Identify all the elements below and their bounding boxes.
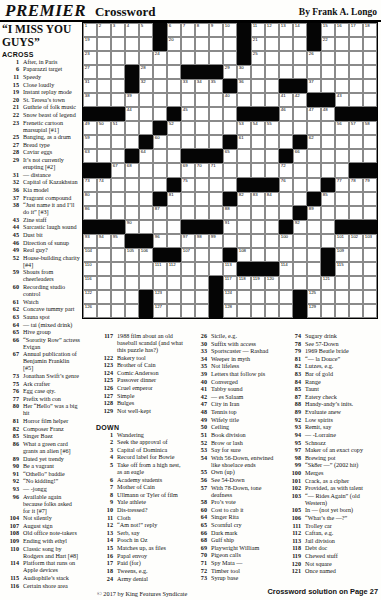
- grid-cell-r11c8[interactable]: 69: [181, 163, 195, 177]
- grid-cell-r16c20[interactable]: 102: [349, 234, 363, 248]
- grid-cell-r6c10[interactable]: [209, 93, 223, 107]
- grid-cell-r5c13[interactable]: [251, 79, 265, 93]
- grid-cell-r18c17[interactable]: [307, 262, 321, 276]
- grid-cell-r5c3[interactable]: [111, 79, 125, 93]
- grid-cell-r18c16[interactable]: [293, 262, 307, 276]
- grid-cell-r18c15[interactable]: 114: [279, 262, 293, 276]
- grid-cell-r3c21[interactable]: [363, 51, 377, 65]
- grid-cell-r1c4[interactable]: 4: [125, 23, 139, 37]
- grid-cell-r19c19[interactable]: [335, 276, 349, 290]
- grid-cell-r17c12[interactable]: 108: [237, 248, 251, 262]
- grid-cell-r14c8[interactable]: [181, 206, 195, 220]
- grid-cell-r19c1[interactable]: 116: [83, 276, 97, 290]
- grid-cell-r12c6[interactable]: [153, 178, 167, 192]
- grid-cell-r12c10[interactable]: [209, 178, 223, 192]
- grid-cell-r7c6[interactable]: [153, 107, 167, 121]
- grid-cell-r7c9[interactable]: [195, 107, 209, 121]
- grid-cell-r14c19[interactable]: [335, 206, 349, 220]
- grid-cell-r17c1[interactable]: 104: [83, 248, 97, 262]
- grid-cell-r12c19[interactable]: 77: [335, 178, 349, 192]
- grid-cell-r2c2[interactable]: [97, 37, 111, 51]
- grid-cell-r9c2[interactable]: [97, 135, 111, 149]
- grid-cell-r2c1[interactable]: 19: [83, 37, 97, 51]
- grid-cell-r6c9[interactable]: [195, 93, 209, 107]
- grid-cell-r6c2[interactable]: [97, 93, 111, 107]
- grid-cell-r9c8[interactable]: [181, 135, 195, 149]
- grid-cell-r7c18[interactable]: 48: [321, 107, 335, 121]
- grid-cell-r21c1[interactable]: 126: [83, 304, 97, 318]
- grid-cell-r19c2[interactable]: [97, 276, 111, 290]
- grid-cell-r19c3[interactable]: [111, 276, 125, 290]
- grid-cell-r20c21[interactable]: [363, 290, 377, 304]
- grid-cell-r11c7[interactable]: [167, 163, 181, 177]
- grid-cell-r18c11[interactable]: 113: [223, 262, 237, 276]
- grid-cell-r3c15[interactable]: [279, 51, 293, 65]
- grid-cell-r7c10[interactable]: [209, 107, 223, 121]
- grid-cell-r12c8[interactable]: 75: [181, 178, 195, 192]
- grid-cell-r20c17[interactable]: 125: [307, 290, 321, 304]
- grid-cell-r14c20[interactable]: [349, 206, 363, 220]
- grid-cell-r3c14[interactable]: [265, 51, 279, 65]
- grid-cell-r17c4[interactable]: 105: [125, 248, 139, 262]
- grid-cell-r17c10[interactable]: [209, 248, 223, 262]
- grid-cell-r4c6[interactable]: [153, 65, 167, 79]
- grid-cell-r9c9[interactable]: [195, 135, 209, 149]
- grid-cell-r12c21[interactable]: 79: [363, 178, 377, 192]
- grid-cell-r11c11[interactable]: [223, 163, 237, 177]
- grid-cell-r6c3[interactable]: [111, 93, 125, 107]
- grid-cell-r19c17[interactable]: [307, 276, 321, 290]
- grid-cell-r14c13[interactable]: [251, 206, 265, 220]
- grid-cell-r15c17[interactable]: [307, 220, 321, 234]
- grid-cell-r13c1[interactable]: 80: [83, 192, 97, 206]
- crossword-grid[interactable]: 1234567891011121314151617181920212223242…: [82, 22, 378, 319]
- grid-cell-r19c7[interactable]: [167, 276, 181, 290]
- grid-cell-r4c3[interactable]: [111, 65, 125, 79]
- grid-cell-r20c18[interactable]: [321, 290, 335, 304]
- grid-cell-r3c2[interactable]: [97, 51, 111, 65]
- grid-cell-r12c11[interactable]: [223, 178, 237, 192]
- grid-cell-r13c10[interactable]: [209, 192, 223, 206]
- grid-cell-r18c8[interactable]: [181, 262, 195, 276]
- grid-cell-r17c19[interactable]: 109: [335, 248, 349, 262]
- grid-cell-r16c13[interactable]: [251, 234, 265, 248]
- grid-cell-r4c14[interactable]: [265, 65, 279, 79]
- grid-cell-r14c18[interactable]: [321, 206, 335, 220]
- grid-cell-r14c14[interactable]: [265, 206, 279, 220]
- grid-cell-r3c18[interactable]: [321, 51, 335, 65]
- grid-cell-r4c12[interactable]: 30: [237, 65, 251, 79]
- grid-cell-r12c16[interactable]: [293, 178, 307, 192]
- grid-cell-r14c15[interactable]: [279, 206, 293, 220]
- grid-cell-r10c11[interactable]: 65: [223, 149, 237, 163]
- grid-cell-r17c13[interactable]: [251, 248, 265, 262]
- grid-cell-r1c18[interactable]: 15: [321, 23, 335, 37]
- grid-cell-r13c19[interactable]: [335, 192, 349, 206]
- grid-cell-r2c14[interactable]: [265, 37, 279, 51]
- grid-cell-r15c5[interactable]: [139, 220, 153, 234]
- grid-cell-r16c21[interactable]: 103: [363, 234, 377, 248]
- grid-cell-r1c19[interactable]: 16: [335, 23, 349, 37]
- grid-cell-r10c1[interactable]: 63: [83, 149, 97, 163]
- grid-cell-r16c7[interactable]: [167, 234, 181, 248]
- grid-cell-r11c18[interactable]: [321, 163, 335, 177]
- grid-cell-r13c20[interactable]: [349, 192, 363, 206]
- grid-cell-r5c14[interactable]: [265, 79, 279, 93]
- grid-cell-r13c3[interactable]: [111, 192, 125, 206]
- grid-cell-r14c12[interactable]: [237, 206, 251, 220]
- grid-cell-r9c4[interactable]: [125, 135, 139, 149]
- grid-cell-r8c19[interactable]: 56: [335, 121, 349, 135]
- grid-cell-r19c16[interactable]: [293, 276, 307, 290]
- grid-cell-r10c6[interactable]: [153, 149, 167, 163]
- grid-cell-r14c4[interactable]: [125, 206, 139, 220]
- grid-cell-r19c6[interactable]: [153, 276, 167, 290]
- grid-cell-r2c18[interactable]: 22: [321, 37, 335, 51]
- grid-cell-r9c3[interactable]: [111, 135, 125, 149]
- grid-cell-r8c16[interactable]: [293, 121, 307, 135]
- grid-cell-r15c16[interactable]: 92: [293, 220, 307, 234]
- grid-cell-r1c15[interactable]: 13: [279, 23, 293, 37]
- grid-cell-r18c9[interactable]: [195, 262, 209, 276]
- grid-cell-r4c2[interactable]: [97, 65, 111, 79]
- grid-cell-r11c10[interactable]: 71: [209, 163, 223, 177]
- grid-cell-r10c3[interactable]: [111, 149, 125, 163]
- grid-cell-r9c10[interactable]: [209, 135, 223, 149]
- grid-cell-r6c11[interactable]: 40: [223, 93, 237, 107]
- grid-cell-r11c4[interactable]: 68: [125, 163, 139, 177]
- grid-cell-r6c19[interactable]: 43: [335, 93, 349, 107]
- grid-cell-r4c17[interactable]: [307, 65, 321, 79]
- grid-cell-r9c17[interactable]: 62: [307, 135, 321, 149]
- grid-cell-r19c18[interactable]: 121: [321, 276, 335, 290]
- grid-cell-r8c18[interactable]: [321, 121, 335, 135]
- grid-cell-r16c6[interactable]: 96: [153, 234, 167, 248]
- grid-cell-r21c17[interactable]: 129: [307, 304, 321, 318]
- grid-cell-r7c11[interactable]: [223, 107, 237, 121]
- grid-cell-r21c9[interactable]: [195, 304, 209, 318]
- grid-cell-r3c13[interactable]: 25: [251, 51, 265, 65]
- grid-cell-r13c9[interactable]: [195, 192, 209, 206]
- grid-cell-r9c12[interactable]: 61: [237, 135, 251, 149]
- grid-cell-r20c9[interactable]: [195, 290, 209, 304]
- grid-cell-r14c6[interactable]: 87: [153, 206, 167, 220]
- grid-cell-r19c12[interactable]: 118: [237, 276, 251, 290]
- grid-cell-r11c13[interactable]: [251, 163, 265, 177]
- grid-cell-r16c10[interactable]: 99: [209, 234, 223, 248]
- grid-cell-r11c12[interactable]: [237, 163, 251, 177]
- grid-cell-r4c18[interactable]: [321, 65, 335, 79]
- grid-cell-r4c20[interactable]: [349, 65, 363, 79]
- grid-cell-r12c17[interactable]: [307, 178, 321, 192]
- grid-cell-r4c15[interactable]: [279, 65, 293, 79]
- grid-cell-r8c3[interactable]: 51: [111, 121, 125, 135]
- grid-cell-r10c7[interactable]: [167, 149, 181, 163]
- grid-cell-r17c5[interactable]: 106: [139, 248, 153, 262]
- grid-cell-r7c16[interactable]: [293, 107, 307, 121]
- grid-cell-r20c3[interactable]: [111, 290, 125, 304]
- grid-cell-r13c15[interactable]: [279, 192, 293, 206]
- grid-cell-r3c1[interactable]: 23: [83, 51, 97, 65]
- grid-cell-r6c1[interactable]: 38: [83, 93, 97, 107]
- grid-cell-r16c14[interactable]: [265, 234, 279, 248]
- grid-cell-r1c13[interactable]: 11: [251, 23, 265, 37]
- grid-cell-r19c14[interactable]: 120: [265, 276, 279, 290]
- grid-cell-r21c13[interactable]: [251, 304, 265, 318]
- grid-cell-r6c6[interactable]: [153, 93, 167, 107]
- grid-cell-r5c20[interactable]: [349, 79, 363, 93]
- grid-cell-r17c3[interactable]: [111, 248, 125, 262]
- grid-cell-r14c5[interactable]: [139, 206, 153, 220]
- grid-cell-r21c2[interactable]: [97, 304, 111, 318]
- grid-cell-r13c21[interactable]: [363, 192, 377, 206]
- grid-cell-r6c15[interactable]: 41: [279, 93, 293, 107]
- grid-cell-r13c14[interactable]: 84: [265, 192, 279, 206]
- grid-cell-r20c2[interactable]: [97, 290, 111, 304]
- grid-cell-r4c13[interactable]: [251, 65, 265, 79]
- grid-cell-r9c15[interactable]: [279, 135, 293, 149]
- grid-cell-r17c15[interactable]: [279, 248, 293, 262]
- grid-cell-r7c8[interactable]: 45: [181, 107, 195, 121]
- grid-cell-r14c1[interactable]: 86: [83, 206, 97, 220]
- grid-cell-r4c5[interactable]: 28: [139, 65, 153, 79]
- grid-cell-r16c11[interactable]: [223, 234, 237, 248]
- grid-cell-r8c9[interactable]: [195, 121, 209, 135]
- grid-cell-r5c1[interactable]: 31: [83, 79, 97, 93]
- grid-cell-r21c11[interactable]: 128: [223, 304, 237, 318]
- grid-cell-r2c11[interactable]: [223, 37, 237, 51]
- grid-cell-r19c4[interactable]: [125, 276, 139, 290]
- grid-cell-r18c7[interactable]: 112: [167, 262, 181, 276]
- grid-cell-r14c9[interactable]: [195, 206, 209, 220]
- grid-cell-r6c14[interactable]: [265, 93, 279, 107]
- grid-cell-r20c14[interactable]: [265, 290, 279, 304]
- grid-cell-r20c7[interactable]: [167, 290, 181, 304]
- grid-cell-r8c5[interactable]: [139, 121, 153, 135]
- grid-cell-r9c18[interactable]: [321, 135, 335, 149]
- grid-cell-r2c13[interactable]: 21: [251, 37, 265, 51]
- grid-cell-r1c21[interactable]: 18: [363, 23, 377, 37]
- grid-cell-r17c9[interactable]: [195, 248, 209, 262]
- grid-cell-r8c14[interactable]: 55: [265, 121, 279, 135]
- grid-cell-r12c3[interactable]: [111, 178, 125, 192]
- grid-cell-r13c8[interactable]: [181, 192, 195, 206]
- grid-cell-r13c5[interactable]: [139, 192, 153, 206]
- grid-cell-r2c20[interactable]: [349, 37, 363, 51]
- grid-cell-r20c13[interactable]: [251, 290, 265, 304]
- grid-cell-r19c20[interactable]: [349, 276, 363, 290]
- grid-cell-r4c19[interactable]: [335, 65, 349, 79]
- grid-cell-r8c1[interactable]: 49: [83, 121, 97, 135]
- grid-cell-r8c13[interactable]: 54: [251, 121, 265, 135]
- grid-cell-r5c10[interactable]: 35: [209, 79, 223, 93]
- grid-cell-r6c12[interactable]: [237, 93, 251, 107]
- grid-cell-r10c17[interactable]: [307, 149, 321, 163]
- grid-cell-r11c5[interactable]: [139, 163, 153, 177]
- grid-cell-r1c2[interactable]: 2: [97, 23, 111, 37]
- grid-cell-r15c7[interactable]: [167, 220, 181, 234]
- grid-cell-r11c16[interactable]: [293, 163, 307, 177]
- grid-cell-r4c16[interactable]: [293, 65, 307, 79]
- grid-cell-r1c9[interactable]: 8: [195, 23, 209, 37]
- grid-cell-r5c5[interactable]: 32: [139, 79, 153, 93]
- grid-cell-r14c17[interactable]: 89: [307, 206, 321, 220]
- grid-cell-r21c20[interactable]: [349, 304, 363, 318]
- grid-cell-r3c16[interactable]: [293, 51, 307, 65]
- grid-cell-r18c6[interactable]: 111: [153, 262, 167, 276]
- grid-cell-r17c20[interactable]: [349, 248, 363, 262]
- grid-cell-r1c11[interactable]: 10: [223, 23, 237, 37]
- grid-cell-r16c19[interactable]: 101: [335, 234, 349, 248]
- grid-cell-r7c15[interactable]: 46: [279, 107, 293, 121]
- grid-cell-r3c6[interactable]: 24: [153, 51, 167, 65]
- grid-cell-r11c14[interactable]: [265, 163, 279, 177]
- grid-cell-r11c6[interactable]: [153, 163, 167, 177]
- grid-cell-r10c5[interactable]: 64: [139, 149, 153, 163]
- grid-cell-r10c16[interactable]: 66: [293, 149, 307, 163]
- grid-cell-r18c1[interactable]: 110: [83, 262, 97, 276]
- grid-cell-r10c2[interactable]: [97, 149, 111, 163]
- grid-cell-r3c17[interactable]: 26: [307, 51, 321, 65]
- grid-cell-r12c2[interactable]: 74: [97, 178, 111, 192]
- grid-cell-r2c4[interactable]: [125, 37, 139, 51]
- grid-cell-r5c18[interactable]: [321, 79, 335, 93]
- grid-cell-r20c15[interactable]: [279, 290, 293, 304]
- grid-cell-r18c20[interactable]: [349, 262, 363, 276]
- grid-cell-r10c13[interactable]: [251, 149, 265, 163]
- grid-cell-r12c4[interactable]: [125, 178, 139, 192]
- grid-cell-r8c11[interactable]: [223, 121, 237, 135]
- grid-cell-r16c3[interactable]: 95: [111, 234, 125, 248]
- grid-cell-r3c11[interactable]: [223, 51, 237, 65]
- grid-cell-r9c20[interactable]: [349, 135, 363, 149]
- grid-cell-r1c3[interactable]: 3: [111, 23, 125, 37]
- grid-cell-r5c17[interactable]: 37: [307, 79, 321, 93]
- grid-cell-r12c15[interactable]: 76: [279, 178, 293, 192]
- grid-cell-r8c10[interactable]: [209, 121, 223, 135]
- grid-cell-r18c5[interactable]: [139, 262, 153, 276]
- grid-cell-r8c8[interactable]: [181, 121, 195, 135]
- grid-cell-r5c8[interactable]: 33: [181, 79, 195, 93]
- grid-cell-r20c6[interactable]: 123: [153, 290, 167, 304]
- grid-cell-r6c4[interactable]: 39: [125, 93, 139, 107]
- grid-cell-r2c5[interactable]: [139, 37, 153, 51]
- grid-cell-r16c9[interactable]: 98: [195, 234, 209, 248]
- grid-cell-r16c12[interactable]: [237, 234, 251, 248]
- grid-cell-r6c16[interactable]: 42: [293, 93, 307, 107]
- grid-cell-r14c21[interactable]: [363, 206, 377, 220]
- grid-cell-r13c16[interactable]: [293, 192, 307, 206]
- grid-cell-r5c12[interactable]: 36: [237, 79, 251, 93]
- grid-cell-r20c12[interactable]: [237, 290, 251, 304]
- grid-cell-r15c12[interactable]: [237, 220, 251, 234]
- grid-cell-r19c9[interactable]: [195, 276, 209, 290]
- grid-cell-r15c11[interactable]: 91: [223, 220, 237, 234]
- grid-cell-r3c5[interactable]: [139, 51, 153, 65]
- grid-cell-r1c14[interactable]: 12: [265, 23, 279, 37]
- grid-cell-r5c6[interactable]: [153, 79, 167, 93]
- grid-cell-r7c4[interactable]: 44: [125, 107, 139, 121]
- grid-cell-r14c11[interactable]: 88: [223, 206, 237, 220]
- grid-cell-r19c15[interactable]: [279, 276, 293, 290]
- grid-cell-r11c17[interactable]: [307, 163, 321, 177]
- grid-cell-r1c5[interactable]: 5: [139, 23, 153, 37]
- grid-cell-r3c3[interactable]: [111, 51, 125, 65]
- grid-cell-r8c12[interactable]: 53: [237, 121, 251, 135]
- grid-cell-r10c18[interactable]: [321, 149, 335, 163]
- grid-cell-r13c7[interactable]: 81: [167, 192, 181, 206]
- grid-cell-r9c1[interactable]: 59: [83, 135, 97, 149]
- grid-cell-r16c2[interactable]: 94: [97, 234, 111, 248]
- grid-cell-r1c10[interactable]: 9: [209, 23, 223, 37]
- grid-cell-r19c8[interactable]: [181, 276, 195, 290]
- grid-cell-r20c8[interactable]: [181, 290, 195, 304]
- grid-cell-r17c8[interactable]: 107: [181, 248, 195, 262]
- grid-cell-r2c19[interactable]: [335, 37, 349, 51]
- grid-cell-r7c17[interactable]: 47: [307, 107, 321, 121]
- grid-cell-r2c16[interactable]: [293, 37, 307, 51]
- grid-cell-r5c21[interactable]: [363, 79, 377, 93]
- grid-cell-r18c10[interactable]: [209, 262, 223, 276]
- grid-cell-r5c9[interactable]: 34: [195, 79, 209, 93]
- grid-cell-r19c11[interactable]: 117: [223, 276, 237, 290]
- grid-cell-r2c15[interactable]: [279, 37, 293, 51]
- grid-cell-r10c21[interactable]: [363, 149, 377, 163]
- grid-cell-r17c14[interactable]: [265, 248, 279, 262]
- grid-cell-r3c20[interactable]: [349, 51, 363, 65]
- grid-cell-r4c1[interactable]: 27: [83, 65, 97, 79]
- grid-cell-r12c9[interactable]: [195, 178, 209, 192]
- grid-cell-r21c6[interactable]: 127: [153, 304, 167, 318]
- grid-cell-r8c20[interactable]: 57: [349, 121, 363, 135]
- grid-cell-r4c11[interactable]: 29: [223, 65, 237, 79]
- grid-cell-r16c15[interactable]: 100: [279, 234, 293, 248]
- grid-cell-r3c19[interactable]: [335, 51, 349, 65]
- grid-cell-r10c14[interactable]: [265, 149, 279, 163]
- grid-cell-r8c4[interactable]: [125, 121, 139, 135]
- grid-cell-r12c20[interactable]: 78: [349, 178, 363, 192]
- grid-cell-r16c16[interactable]: [293, 234, 307, 248]
- grid-cell-r21c19[interactable]: [335, 304, 349, 318]
- grid-cell-r8c17[interactable]: [307, 121, 321, 135]
- grid-cell-r21c3[interactable]: [111, 304, 125, 318]
- grid-cell-r21c18[interactable]: [321, 304, 335, 318]
- grid-cell-r21c4[interactable]: [125, 304, 139, 318]
- grid-cell-r5c19[interactable]: [335, 79, 349, 93]
- grid-cell-r6c5[interactable]: [139, 93, 153, 107]
- grid-cell-r10c19[interactable]: [335, 149, 349, 163]
- grid-cell-r4c21[interactable]: [363, 65, 377, 79]
- grid-cell-r3c9[interactable]: [195, 51, 209, 65]
- grid-cell-r13c13[interactable]: 83: [251, 192, 265, 206]
- grid-cell-r3c10[interactable]: [209, 51, 223, 65]
- grid-cell-r6c20[interactable]: [349, 93, 363, 107]
- grid-cell-r1c20[interactable]: 17: [349, 23, 363, 37]
- grid-cell-r18c2[interactable]: [97, 262, 111, 276]
- grid-cell-r6c13[interactable]: [251, 93, 265, 107]
- grid-cell-r20c11[interactable]: 124: [223, 290, 237, 304]
- grid-cell-r9c13[interactable]: [251, 135, 265, 149]
- grid-cell-r15c13[interactable]: [251, 220, 265, 234]
- grid-cell-r9c14[interactable]: [265, 135, 279, 149]
- grid-cell-r8c21[interactable]: 58: [363, 121, 377, 135]
- grid-cell-r21c12[interactable]: [237, 304, 251, 318]
- grid-cell-r21c21[interactable]: [363, 304, 377, 318]
- grid-cell-r2c21[interactable]: [363, 37, 377, 51]
- grid-cell-r7c5[interactable]: [139, 107, 153, 121]
- grid-cell-r19c13[interactable]: 119: [251, 276, 265, 290]
- grid-cell-r18c3[interactable]: [111, 262, 125, 276]
